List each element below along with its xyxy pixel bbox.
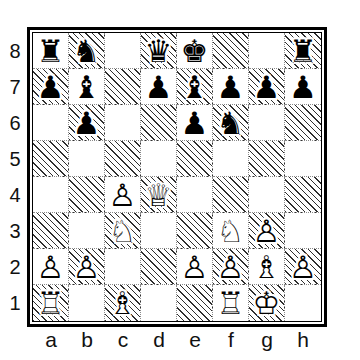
- square-h2: ♙: [285, 249, 321, 285]
- square-d3: [141, 213, 177, 249]
- square-g8: [249, 33, 285, 69]
- square-e8: ♚: [177, 33, 213, 69]
- square-f8: [213, 33, 249, 69]
- square-b6: ♟: [69, 105, 105, 141]
- square-f1: ♖: [213, 285, 249, 321]
- file-label-b: b: [69, 327, 105, 353]
- square-d7: ♟: [141, 69, 177, 105]
- square-d2: [141, 249, 177, 285]
- piece-black-pawn-h7: ♟: [285, 69, 321, 104]
- square-g7: ♟: [249, 69, 285, 105]
- square-f6: ♞: [213, 105, 249, 141]
- square-a7: ♟: [33, 69, 69, 105]
- rank-label-2: 2: [4, 249, 26, 285]
- file-label-g: g: [249, 327, 285, 353]
- square-h5: [285, 141, 321, 177]
- piece-black-pawn-d7: ♟: [141, 69, 176, 104]
- piece-black-pawn-e6: ♟: [177, 105, 212, 140]
- piece-white-queen-d4: ♕: [141, 177, 176, 212]
- square-d6: [141, 105, 177, 141]
- square-b4: [69, 177, 105, 213]
- square-h8: ♜: [285, 33, 321, 69]
- square-g5: [249, 141, 285, 177]
- rank-label-4: 4: [4, 177, 26, 213]
- square-f2: ♙: [213, 249, 249, 285]
- rank-label-5: 5: [4, 141, 26, 177]
- square-c5: [105, 141, 141, 177]
- piece-white-pawn-h2: ♙: [285, 249, 321, 284]
- square-b8: ♞: [69, 33, 105, 69]
- square-d5: [141, 141, 177, 177]
- square-g1: ♔: [249, 285, 285, 321]
- piece-black-knight-f6: ♞: [213, 105, 248, 140]
- piece-black-knight-b8: ♞: [69, 33, 104, 68]
- square-c2: [105, 249, 141, 285]
- square-e2: ♙: [177, 249, 213, 285]
- rank-label-3: 3: [4, 213, 26, 249]
- square-h6: [285, 105, 321, 141]
- piece-white-knight-c3: ♘: [105, 213, 140, 248]
- piece-white-pawn-g3: ♙: [249, 213, 284, 248]
- piece-black-pawn-g7: ♟: [249, 69, 284, 104]
- piece-white-bishop-g2: ♗: [249, 249, 284, 284]
- piece-black-rook-a8: ♜: [33, 33, 68, 68]
- square-g6: [249, 105, 285, 141]
- square-b2: ♙: [69, 249, 105, 285]
- square-c6: [105, 105, 141, 141]
- square-e7: ♝: [177, 69, 213, 105]
- piece-white-pawn-f2: ♙: [213, 249, 248, 284]
- piece-black-pawn-b6: ♟: [69, 105, 104, 140]
- piece-white-rook-a1: ♖: [33, 285, 68, 321]
- piece-white-pawn-a2: ♙: [33, 249, 68, 284]
- square-f7: ♟: [213, 69, 249, 105]
- rank-label-6: 6: [4, 105, 26, 141]
- square-a4: [33, 177, 69, 213]
- square-h7: ♟: [285, 69, 321, 105]
- square-c7: [105, 69, 141, 105]
- square-a6: [33, 105, 69, 141]
- file-label-a: a: [33, 327, 69, 353]
- square-g2: ♗: [249, 249, 285, 285]
- piece-white-rook-f1: ♖: [213, 285, 248, 321]
- board-frame: ♜♞♛♚♜♟♝♟♝♟♟♟♟♟♞♙♕♘♘♙♙♙♙♙♗♙♖♗♖♔: [27, 27, 327, 327]
- piece-black-rook-h8: ♜: [285, 33, 321, 68]
- rank-label-8: 8: [4, 33, 26, 69]
- piece-black-bishop-b7: ♝: [69, 69, 104, 104]
- piece-black-pawn-f7: ♟: [213, 69, 248, 104]
- piece-white-knight-f3: ♘: [213, 213, 248, 248]
- square-f4: [213, 177, 249, 213]
- square-b7: ♝: [69, 69, 105, 105]
- piece-black-pawn-a7: ♟: [33, 69, 68, 104]
- square-c1: ♗: [105, 285, 141, 321]
- square-f5: [213, 141, 249, 177]
- square-d1: [141, 285, 177, 321]
- piece-black-bishop-e7: ♝: [177, 69, 212, 104]
- rank-labels: 87654321: [4, 33, 26, 321]
- square-b5: [69, 141, 105, 177]
- square-c8: [105, 33, 141, 69]
- square-b3: [69, 213, 105, 249]
- piece-white-pawn-c4: ♙: [105, 177, 140, 212]
- square-d4: ♕: [141, 177, 177, 213]
- square-h3: [285, 213, 321, 249]
- square-h1: [285, 285, 321, 321]
- file-label-c: c: [105, 327, 141, 353]
- square-a8: ♜: [33, 33, 69, 69]
- piece-black-queen-d8: ♛: [141, 33, 176, 68]
- piece-white-pawn-b2: ♙: [69, 249, 104, 284]
- piece-white-king-g1: ♔: [249, 285, 284, 321]
- square-c3: ♘: [105, 213, 141, 249]
- file-label-e: e: [177, 327, 213, 353]
- square-e3: [177, 213, 213, 249]
- piece-white-pawn-e2: ♙: [177, 249, 212, 284]
- piece-white-bishop-c1: ♗: [105, 285, 140, 321]
- square-a5: [33, 141, 69, 177]
- square-a2: ♙: [33, 249, 69, 285]
- square-d8: ♛: [141, 33, 177, 69]
- square-a1: ♖: [33, 285, 69, 321]
- square-h4: [285, 177, 321, 213]
- square-a3: [33, 213, 69, 249]
- piece-black-king-e8: ♚: [177, 33, 212, 68]
- square-e4: [177, 177, 213, 213]
- file-label-h: h: [285, 327, 321, 353]
- square-g4: [249, 177, 285, 213]
- square-e6: ♟: [177, 105, 213, 141]
- square-g3: ♙: [249, 213, 285, 249]
- square-c4: ♙: [105, 177, 141, 213]
- square-b1: [69, 285, 105, 321]
- file-label-f: f: [213, 327, 249, 353]
- rank-label-1: 1: [4, 285, 26, 321]
- square-e5: [177, 141, 213, 177]
- square-e1: [177, 285, 213, 321]
- square-f3: ♘: [213, 213, 249, 249]
- board: ♜♞♛♚♜♟♝♟♝♟♟♟♟♟♞♙♕♘♘♙♙♙♙♙♗♙♖♗♖♔: [32, 32, 322, 322]
- rank-label-7: 7: [4, 69, 26, 105]
- file-labels: abcdefgh: [33, 327, 321, 353]
- file-label-d: d: [141, 327, 177, 353]
